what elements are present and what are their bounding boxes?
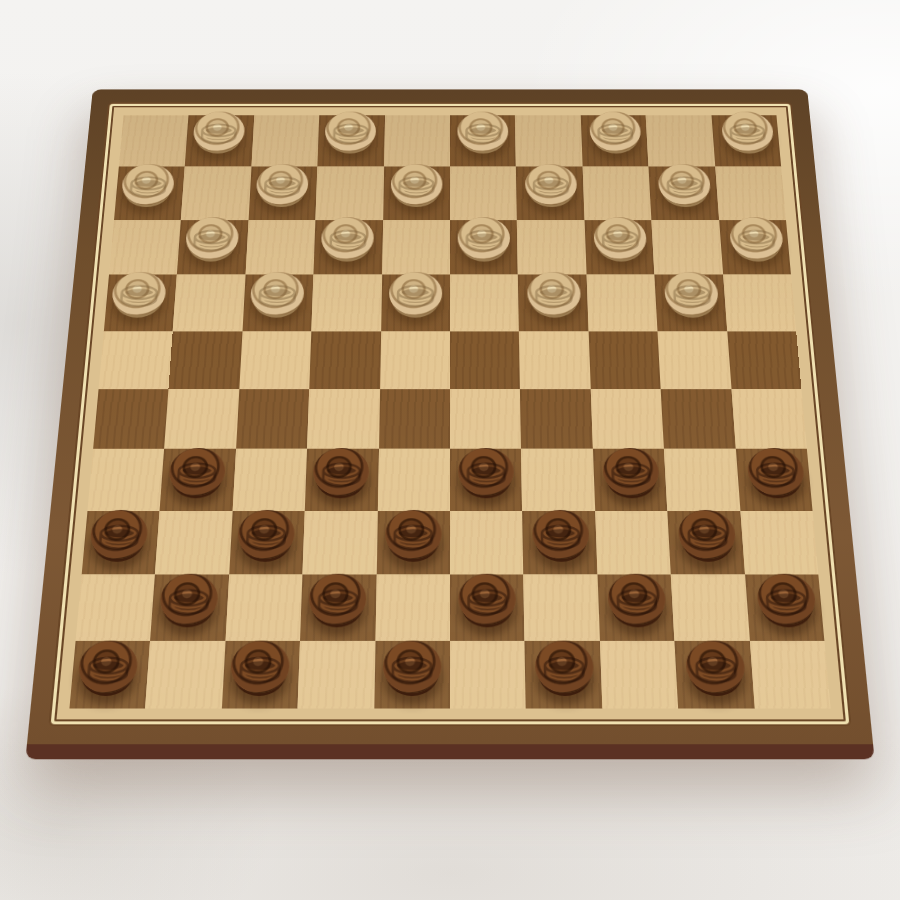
board-square[interactable]: ⛂ [151, 575, 229, 641]
board-square[interactable] [380, 331, 450, 389]
board-square[interactable] [236, 389, 310, 449]
board-square[interactable]: ⛂ [584, 220, 654, 275]
draughts-board: ⛂⛂⛂⛂⛂⛂⛂⛂⛂⛂⛂⛂⛂⛂⛂⛂⛂⛂⛂⛂⛂⛂⛂⛂⛂⛂⛂⛂⛂⛂⛂⛂⛂⛂⛂⛂⛂⛂⛂⛂ [25, 89, 874, 759]
board-square[interactable] [515, 115, 582, 167]
light-wood-piece[interactable]: ⛂ [256, 164, 309, 205]
board-square[interactable]: ⛂ [522, 511, 597, 575]
dark-wood-piece[interactable]: ⛂ [385, 510, 442, 559]
dark-wood-piece[interactable]: ⛂ [756, 574, 817, 625]
board-square[interactable] [715, 167, 786, 220]
board-square[interactable] [450, 275, 519, 331]
board-square[interactable] [671, 575, 749, 641]
board-square[interactable] [600, 641, 679, 709]
light-wood-piece[interactable]: ⛂ [458, 217, 511, 259]
dark-wood-piece[interactable]: ⛂ [237, 510, 296, 559]
dark-wood-piece[interactable]: ⛂ [532, 510, 590, 559]
board-square[interactable]: ⛂ [242, 275, 313, 331]
light-wood-piece[interactable]: ⛂ [389, 272, 442, 315]
dark-wood-piece[interactable]: ⛂ [158, 574, 219, 625]
dark-wood-piece[interactable]: ⛂ [458, 448, 514, 496]
board-square[interactable]: ⛂ [69, 641, 150, 709]
board-square[interactable] [251, 115, 319, 167]
board-square[interactable]: ⛂ [374, 641, 450, 709]
board-square[interactable]: ⛂ [736, 449, 813, 511]
board-square[interactable]: ⛂ [314, 220, 383, 275]
board-square[interactable] [740, 511, 818, 575]
board-square[interactable] [245, 220, 315, 275]
board-square[interactable]: ⛂ [160, 449, 236, 511]
board-square[interactable] [586, 275, 657, 331]
board-square[interactable] [520, 389, 592, 449]
dark-wood-piece[interactable]: ⛂ [167, 448, 226, 496]
dark-wood-piece[interactable]: ⛂ [313, 448, 370, 496]
board-square[interactable] [377, 449, 450, 511]
board-square[interactable]: ⛂ [114, 167, 185, 220]
board-square[interactable] [307, 389, 379, 449]
light-wood-piece[interactable]: ⛂ [527, 272, 581, 315]
board-square[interactable] [723, 275, 796, 331]
board-square[interactable]: ⛂ [525, 641, 602, 709]
board-square[interactable]: ⛂ [516, 167, 584, 220]
photo-background: ⛂⛂⛂⛂⛂⛂⛂⛂⛂⛂⛂⛂⛂⛂⛂⛂⛂⛂⛂⛂⛂⛂⛂⛂⛂⛂⛂⛂⛂⛂⛂⛂⛂⛂⛂⛂⛂⛂⛂⛂ [0, 0, 900, 900]
dark-wood-piece[interactable]: ⛂ [308, 574, 367, 625]
board-square[interactable] [146, 641, 226, 709]
light-wood-piece[interactable]: ⛂ [250, 272, 305, 315]
board-square[interactable]: ⛂ [82, 511, 160, 575]
board-square[interactable]: ⛂ [381, 275, 450, 331]
board-square[interactable] [173, 275, 245, 331]
board-square[interactable] [303, 511, 378, 575]
board-square[interactable] [99, 331, 174, 389]
dark-wood-piece[interactable]: ⛂ [685, 640, 747, 692]
board-square[interactable]: ⛂ [222, 641, 301, 709]
board-square[interactable] [450, 331, 520, 389]
board-square[interactable]: ⛂ [581, 115, 649, 167]
light-wood-piece[interactable]: ⛂ [658, 164, 712, 205]
light-wood-piece[interactable]: ⛂ [593, 217, 647, 259]
light-wood-piece[interactable]: ⛂ [121, 164, 176, 205]
board-square[interactable]: ⛂ [668, 511, 745, 575]
board-square[interactable]: ⛂ [300, 575, 376, 641]
board-square[interactable] [591, 389, 665, 449]
board-square[interactable]: ⛂ [649, 167, 719, 220]
board-square[interactable] [109, 220, 181, 275]
board-square[interactable] [119, 115, 189, 167]
light-wood-piece[interactable]: ⛂ [729, 217, 785, 259]
board-square[interactable] [731, 389, 807, 449]
light-wood-piece[interactable]: ⛂ [192, 112, 245, 152]
board-square[interactable]: ⛂ [248, 167, 317, 220]
dark-wood-piece[interactable]: ⛂ [382, 640, 441, 692]
board-square[interactable] [384, 115, 450, 167]
board-square[interactable] [652, 220, 723, 275]
board-square[interactable] [298, 641, 375, 709]
board-square[interactable]: ⛂ [177, 220, 248, 275]
light-wood-piece[interactable]: ⛂ [721, 112, 775, 152]
board-square[interactable] [379, 389, 450, 449]
board-square[interactable] [169, 331, 242, 389]
board-square[interactable] [316, 167, 384, 220]
dark-wood-piece[interactable]: ⛂ [77, 640, 140, 692]
board-square[interactable] [155, 511, 232, 575]
board-square[interactable] [521, 449, 595, 511]
dark-wood-piece[interactable]: ⛂ [230, 640, 291, 692]
light-wood-piece[interactable]: ⛂ [390, 164, 442, 205]
board-square[interactable]: ⛂ [450, 575, 525, 641]
board-square[interactable]: ⛂ [318, 115, 385, 167]
board-square[interactable]: ⛂ [450, 115, 516, 167]
board-square[interactable] [588, 331, 660, 389]
board-square[interactable]: ⛂ [305, 449, 379, 511]
board-square[interactable] [658, 331, 731, 389]
board-square[interactable] [312, 275, 382, 331]
board-square[interactable] [225, 575, 302, 641]
board-square[interactable]: ⛂ [745, 575, 825, 641]
light-wood-piece[interactable]: ⛂ [458, 112, 509, 152]
board-square[interactable] [164, 389, 239, 449]
dark-wood-piece[interactable]: ⛂ [459, 574, 517, 625]
board-square[interactable] [524, 575, 600, 641]
light-wood-piece[interactable]: ⛂ [321, 217, 374, 259]
board-square[interactable]: ⛂ [593, 449, 668, 511]
board-square[interactable] [450, 641, 526, 709]
board-square[interactable] [450, 511, 524, 575]
board-square[interactable]: ⛂ [655, 275, 727, 331]
board-square[interactable] [664, 449, 740, 511]
dark-wood-piece[interactable]: ⛂ [534, 640, 594, 692]
board-square[interactable] [309, 331, 380, 389]
dark-wood-piece[interactable]: ⛂ [607, 574, 667, 625]
light-wood-piece[interactable]: ⛂ [664, 272, 720, 315]
board-square[interactable] [87, 449, 164, 511]
board-square[interactable] [517, 220, 586, 275]
board-square[interactable] [595, 511, 671, 575]
board-square[interactable] [76, 575, 156, 641]
board-square[interactable] [749, 641, 830, 709]
board-square[interactable]: ⛂ [675, 641, 755, 709]
board-square[interactable]: ⛂ [185, 115, 254, 167]
board-square[interactable]: ⛂ [719, 220, 791, 275]
board-square[interactable] [646, 115, 715, 167]
dark-wood-piece[interactable]: ⛂ [746, 448, 805, 496]
board-square[interactable] [239, 331, 311, 389]
board-square[interactable]: ⛂ [711, 115, 781, 167]
board-square[interactable] [382, 220, 450, 275]
board-square[interactable]: ⛂ [450, 449, 522, 511]
dark-wood-piece[interactable]: ⛂ [89, 510, 149, 559]
board-square[interactable]: ⛂ [383, 167, 450, 220]
board-square[interactable] [375, 575, 450, 641]
board-square[interactable] [727, 331, 802, 389]
board-square[interactable]: ⛂ [229, 511, 305, 575]
light-wood-piece[interactable]: ⛂ [589, 112, 642, 152]
board-square[interactable] [450, 167, 517, 220]
light-wood-piece[interactable]: ⛂ [184, 217, 239, 259]
board-square[interactable] [232, 449, 307, 511]
board-grid: ⛂⛂⛂⛂⛂⛂⛂⛂⛂⛂⛂⛂⛂⛂⛂⛂⛂⛂⛂⛂⛂⛂⛂⛂⛂⛂⛂⛂⛂⛂⛂⛂⛂⛂⛂⛂⛂⛂⛂⛂ [69, 115, 830, 708]
board-square[interactable]: ⛂ [518, 275, 588, 331]
board-square[interactable]: ⛂ [104, 275, 177, 331]
board-square[interactable] [582, 167, 651, 220]
board-square[interactable] [661, 389, 736, 449]
dark-wood-piece[interactable]: ⛂ [602, 448, 660, 496]
board-square[interactable] [93, 389, 169, 449]
light-wood-piece[interactable]: ⛂ [325, 112, 377, 152]
light-wood-piece[interactable]: ⛂ [524, 164, 577, 205]
board-square[interactable]: ⛂ [450, 220, 518, 275]
board-square[interactable] [181, 167, 251, 220]
board-square[interactable]: ⛂ [376, 511, 450, 575]
board-square[interactable]: ⛂ [597, 575, 674, 641]
board-square[interactable] [519, 331, 590, 389]
board-stage: ⛂⛂⛂⛂⛂⛂⛂⛂⛂⛂⛂⛂⛂⛂⛂⛂⛂⛂⛂⛂⛂⛂⛂⛂⛂⛂⛂⛂⛂⛂⛂⛂⛂⛂⛂⛂⛂⛂⛂⛂ [0, 0, 900, 900]
board-square[interactable] [450, 389, 521, 449]
